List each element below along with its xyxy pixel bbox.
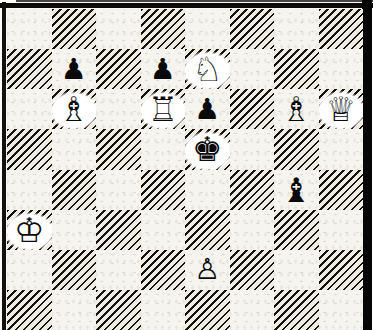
square-e1 — [185, 290, 230, 330]
square-c3 — [96, 210, 141, 250]
square-c4 — [96, 170, 141, 210]
square-d7: ♟ — [141, 49, 186, 89]
piece-white-bishop: ♗ — [274, 89, 319, 129]
piece-black-pawn: ♟ — [185, 89, 230, 129]
square-e5: ♚ — [185, 129, 230, 169]
square-c5 — [96, 129, 141, 169]
square-a6 — [7, 89, 52, 129]
square-d6: ♖ — [141, 89, 186, 129]
square-g5 — [274, 129, 319, 169]
square-e7: ♘ — [185, 49, 230, 89]
square-g1 — [274, 290, 319, 330]
square-b6: ♗ — [52, 89, 97, 129]
piece-white-king: ♔ — [7, 210, 52, 250]
piece-white-rook: ♖ — [141, 89, 186, 129]
square-a5 — [7, 129, 52, 169]
piece-black-pawn: ♟ — [52, 49, 97, 89]
square-d1 — [141, 290, 186, 330]
square-e4 — [185, 170, 230, 210]
square-b3 — [52, 210, 97, 250]
square-b2 — [52, 250, 97, 290]
square-f6 — [230, 89, 275, 129]
square-g7 — [274, 49, 319, 89]
square-h3 — [319, 210, 364, 250]
square-d3 — [141, 210, 186, 250]
square-a8 — [7, 9, 52, 49]
square-a1 — [7, 290, 52, 330]
square-d4 — [141, 170, 186, 210]
square-a2 — [7, 250, 52, 290]
piece-white-pawn: ♙ — [185, 250, 230, 290]
square-g8 — [274, 9, 319, 49]
square-d8 — [141, 9, 186, 49]
square-h8 — [319, 9, 364, 49]
square-h6: ♕ — [319, 89, 364, 129]
square-c2 — [96, 250, 141, 290]
square-c7 — [96, 49, 141, 89]
square-e2: ♙ — [185, 250, 230, 290]
square-e3 — [185, 210, 230, 250]
square-b7: ♟ — [52, 49, 97, 89]
square-g4: ♝ — [274, 170, 319, 210]
square-b8 — [52, 9, 97, 49]
square-e8 — [185, 9, 230, 49]
scanned-chess-diagram: ♟♟♘♗♖♟♗♕♚♝♔♙ — [0, 0, 373, 330]
square-a7 — [7, 49, 52, 89]
piece-black-pawn: ♟ — [141, 49, 186, 89]
piece-white-knight: ♘ — [185, 49, 230, 89]
piece-white-bishop: ♗ — [52, 89, 97, 129]
square-h2 — [319, 250, 364, 290]
square-d2 — [141, 250, 186, 290]
square-f8 — [230, 9, 275, 49]
square-f3 — [230, 210, 275, 250]
piece-black-king: ♚ — [185, 129, 230, 169]
piece-white-queen: ♕ — [319, 89, 364, 129]
board-border-top — [0, 3, 373, 8]
piece-black-bishop: ♝ — [274, 170, 319, 210]
square-g2 — [274, 250, 319, 290]
board-border-left — [2, 2, 6, 330]
square-d5 — [141, 129, 186, 169]
square-f7 — [230, 49, 275, 89]
board-border-right — [362, 0, 372, 330]
board-border-top-outer — [16, 0, 373, 2]
square-a3: ♔ — [7, 210, 52, 250]
square-a4 — [7, 170, 52, 210]
square-f5 — [230, 129, 275, 169]
square-e6: ♟ — [185, 89, 230, 129]
square-g6: ♗ — [274, 89, 319, 129]
square-f2 — [230, 250, 275, 290]
square-h1 — [319, 290, 364, 330]
chess-board: ♟♟♘♗♖♟♗♕♚♝♔♙ — [7, 9, 363, 330]
square-b5 — [52, 129, 97, 169]
square-f1 — [230, 290, 275, 330]
square-c6 — [96, 89, 141, 129]
square-c1 — [96, 290, 141, 330]
square-b1 — [52, 290, 97, 330]
square-f4 — [230, 170, 275, 210]
square-c8 — [96, 9, 141, 49]
square-h5 — [319, 129, 364, 169]
square-h4 — [319, 170, 364, 210]
square-b4 — [52, 170, 97, 210]
square-h7 — [319, 49, 364, 89]
square-g3 — [274, 210, 319, 250]
